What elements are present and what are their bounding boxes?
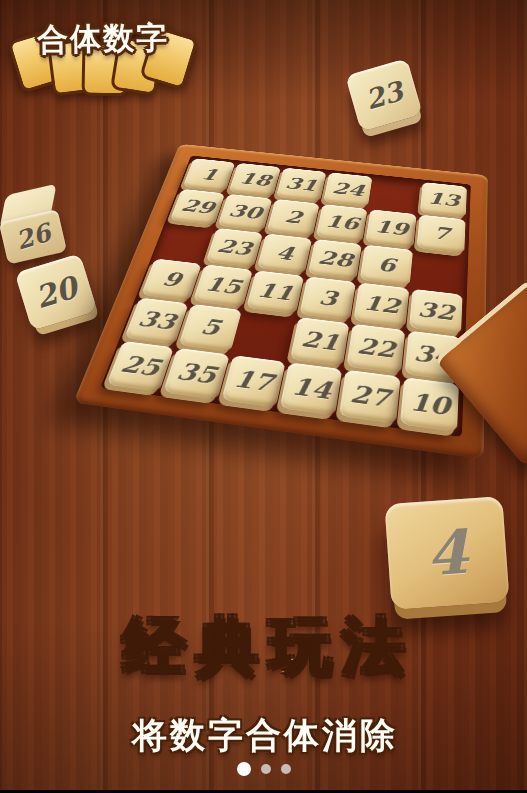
tile-number: 22	[356, 333, 397, 363]
tile-number: 1	[199, 165, 220, 184]
tile-number: 6	[377, 253, 397, 276]
board-cell-r5c3	[232, 309, 298, 360]
tile-number: 23	[362, 75, 407, 115]
tile-number: 9	[159, 268, 184, 292]
tile-18[interactable]: 18	[229, 163, 281, 197]
tile-24[interactable]: 24	[323, 172, 373, 207]
tile-number: 7	[432, 223, 450, 245]
tile-number: 20	[31, 269, 81, 315]
board-cell-r5c5: 22	[345, 322, 407, 375]
pagination-dot-3[interactable]	[281, 764, 291, 774]
tile-12[interactable]: 12	[354, 283, 409, 328]
pagination-dot-2[interactable]	[261, 764, 271, 774]
tile-31[interactable]: 31	[276, 168, 327, 202]
tile-23[interactable]: 23	[206, 228, 263, 268]
tile-30[interactable]: 30	[218, 194, 272, 231]
tile-5[interactable]: 5	[179, 304, 242, 351]
tile-number: 14	[289, 372, 333, 404]
loose-tile-20: 20	[15, 253, 98, 330]
tile-number: 28	[316, 247, 354, 272]
board-cell-r4c3: 11	[244, 269, 306, 316]
tile-number: 31	[284, 174, 319, 195]
tile-number: 18	[237, 169, 273, 190]
tile-32[interactable]: 32	[409, 289, 463, 335]
tile-3[interactable]: 3	[299, 276, 356, 320]
tile-10[interactable]: 10	[400, 377, 459, 432]
board-cell-r6c5: 27	[337, 368, 402, 426]
tile-number: 27	[349, 380, 392, 413]
tile-number: 13	[427, 189, 461, 211]
tile-17[interactable]: 17	[221, 355, 286, 408]
tile-7[interactable]: 7	[416, 215, 465, 254]
tile-number: 11	[255, 279, 296, 306]
board-cell-r1c5	[369, 176, 421, 214]
tile-15[interactable]: 15	[193, 264, 253, 307]
tile-6[interactable]: 6	[360, 245, 413, 286]
board-frame: 1183124132930216197234286915113123233521…	[73, 144, 488, 459]
tile-number: 19	[373, 217, 409, 240]
tile-number: 12	[362, 291, 401, 318]
tile-number: 23	[215, 235, 254, 259]
caption-title: 经典玩法	[0, 612, 527, 683]
promo-screen: 合体数字 23 26 20 11831241329302161972342869…	[0, 0, 527, 793]
tile-number: 15	[202, 273, 243, 299]
pagination-dot-1[interactable]	[237, 762, 251, 776]
tile-number: 35	[174, 358, 220, 389]
tile-35[interactable]: 35	[163, 348, 229, 400]
tile-number: 32	[417, 297, 455, 325]
caption-subtitle: 将数字合体消除	[0, 712, 527, 759]
board-cell-r2c6: 7	[415, 214, 468, 255]
loose-tile-23: 23	[345, 58, 423, 131]
board-cell-r4c5: 12	[352, 281, 411, 329]
tile-number: 30	[226, 201, 264, 223]
board-cell-r3c6	[411, 249, 466, 294]
tile-number: 24	[331, 179, 366, 200]
board-cell-r6c6: 10	[397, 375, 460, 434]
tile-number: 10	[409, 387, 451, 420]
tile-number: 4	[274, 242, 296, 264]
tile-13[interactable]: 13	[420, 182, 467, 218]
tile-number: 25	[117, 350, 164, 381]
tile-16[interactable]: 16	[316, 204, 368, 242]
board-cell-r2c3: 2	[265, 198, 322, 238]
tile-1[interactable]: 1	[183, 158, 236, 191]
board-cell-r4c4: 3	[297, 275, 358, 322]
tile-number: 16	[324, 211, 360, 234]
tile-number: 3	[317, 286, 339, 311]
tile-14[interactable]: 14	[280, 362, 343, 415]
board-cell-r2c4: 16	[314, 203, 369, 243]
app-title: 合体数字	[10, 16, 197, 61]
tile-28[interactable]: 28	[308, 239, 362, 280]
board-cell-r3c3: 4	[255, 232, 314, 275]
tile-27[interactable]: 27	[339, 369, 400, 423]
pagination	[0, 760, 527, 778]
loose-cube-26: 26	[0, 183, 73, 264]
tile-number: 33	[135, 307, 179, 335]
app-logo: 合体数字	[10, 6, 196, 84]
tile-number: 29	[179, 196, 217, 218]
tile-number: 4	[424, 517, 471, 590]
tile-19[interactable]: 19	[366, 209, 417, 247]
tile-11[interactable]: 11	[246, 270, 304, 314]
board-cell-r3c5: 6	[358, 243, 414, 287]
tile-2[interactable]: 2	[267, 199, 320, 236]
tile-number: 2	[283, 207, 304, 228]
board-cell-r1c6: 13	[418, 181, 468, 219]
board-cell-r2c5: 19	[364, 208, 418, 249]
board-grid: 1183124132930216197234286915113123233521…	[100, 155, 470, 437]
tile-4[interactable]: 4	[257, 233, 313, 273]
puzzle-board: 1183124132930216197234286915113123233521…	[73, 144, 488, 459]
tile-number: 5	[198, 314, 223, 340]
board-cell-r6c3: 17	[219, 353, 288, 409]
tile-number: 17	[231, 365, 276, 397]
tile-21[interactable]: 21	[290, 317, 350, 366]
board-cell-r6c4: 14	[277, 360, 344, 417]
board-cell-r5c4: 21	[288, 316, 352, 368]
board-cell-r1c4: 24	[321, 171, 374, 208]
board-cell-r1c3: 31	[274, 166, 328, 203]
board-cell-r4c6: 32	[407, 287, 465, 336]
tile-22[interactable]: 22	[347, 324, 405, 373]
loose-tile-4: 4	[384, 496, 509, 610]
tile-number: 26	[12, 218, 54, 256]
board-cell-r3c4: 28	[306, 238, 364, 282]
tile-number: 21	[299, 327, 341, 357]
